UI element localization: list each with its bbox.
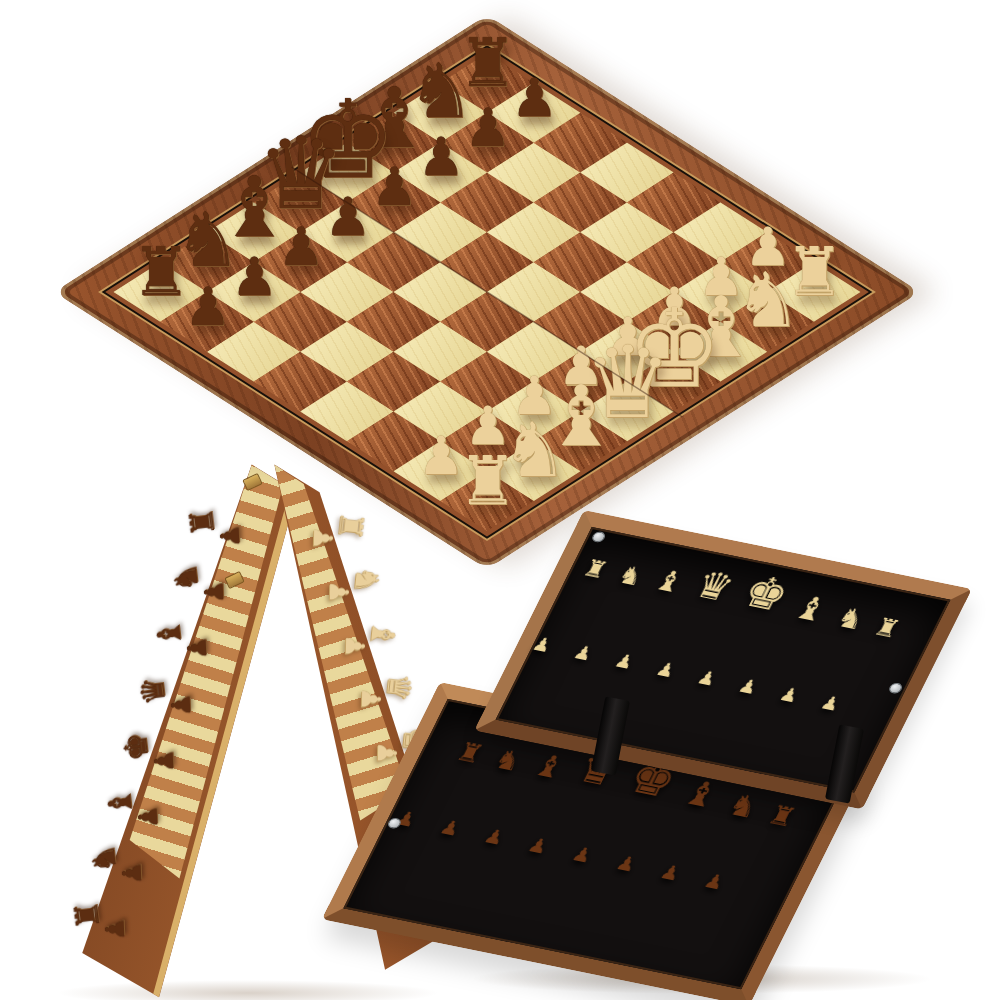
case-dark-piece-knight: ♞: [723, 789, 763, 822]
folded-light-piece-bishop: ♝: [366, 618, 401, 650]
case-dark-piece-rook: ♜: [764, 800, 800, 830]
case-light-piece-pawn: ♟: [694, 668, 719, 689]
case-dark-piece-bishop: ♝: [678, 775, 725, 814]
folded-dark-piece-pawn: ♟: [167, 692, 194, 716]
case-light-piece-bishop: ♝: [650, 566, 689, 598]
piece-black-pawn[interactable]: ♟: [511, 71, 558, 124]
case-light-piece-pawn: ♟: [818, 693, 843, 714]
floor-shadow: [58, 980, 438, 1000]
folded-light-piece-rook: ♜: [334, 510, 369, 542]
case-light-piece-pawn: ♟: [612, 651, 637, 672]
case-light-piece-pawn: ♟: [571, 643, 596, 664]
case-light-piece-rook: ♜: [579, 556, 611, 583]
folded-light-piece-pawn: ♟: [326, 580, 352, 604]
case-light-piece-knight: ♞: [614, 562, 648, 590]
piece-black-pawn[interactable]: ♟: [371, 161, 418, 214]
piece-black-pawn[interactable]: ♟: [231, 250, 278, 303]
folded-light-piece-pawn: ♟: [374, 741, 400, 765]
piece-black-pawn[interactable]: ♟: [185, 280, 232, 333]
case-dark-piece-pawn: ♟: [525, 835, 552, 857]
folded-dark-piece-pawn: ♟: [184, 636, 211, 660]
case-dark-piece-pawn: ♟: [569, 844, 596, 866]
piece-black-pawn[interactable]: ♟: [418, 131, 465, 184]
piece-black-pawn[interactable]: ♟: [465, 101, 512, 154]
case-light-piece-knight: ♞: [832, 604, 870, 635]
storage-case: ♜♞♝♛♚♝♞♜ ♟♟♟♟♟♟♟♟ ♜♞♝♛♚♝♞♜ ♟♟♟♟♟♟♟♟: [432, 498, 1000, 1000]
folded-light-piece-queen: ♛: [382, 671, 417, 703]
case-light-piece-bishop: ♝: [789, 591, 833, 627]
folded-light-piece-pawn: ♟: [310, 526, 336, 550]
case-dark-piece-knight: ♞: [490, 745, 526, 775]
magnet: [887, 681, 904, 694]
folded-dark-piece-pawn: ♟: [151, 749, 178, 773]
case-light-piece-pawn: ♟: [777, 685, 802, 706]
piece-black-pawn[interactable]: ♟: [278, 220, 325, 273]
piece-black-pawn[interactable]: ♟: [325, 191, 372, 244]
case-light-piece-pawn: ♟: [653, 660, 678, 681]
product-photo-stage: ♜♞♝♛♚♝♞♜♟♟♟♟♟♟♟♟♟♟♟♟♟♟♟♟♜♞♝♛♚♝♞♜ ♜♟♞♟♝♟♛…: [0, 0, 1000, 1000]
case-light-piece-king: ♚: [736, 569, 796, 619]
case-dark-piece-pawn: ♟: [437, 817, 464, 839]
case-light-piece-queen: ♛: [689, 565, 740, 607]
case-dark-piece-pawn: ♟: [613, 853, 640, 875]
folded-dark-piece-pawn: ♟: [200, 580, 227, 604]
case-dark-piece-pawn: ♟: [481, 826, 508, 848]
folded-dark-piece-pawn: ♟: [118, 861, 145, 885]
folded-dark-piece-pawn: ♟: [102, 917, 129, 941]
folded-light-piece-pawn: ♟: [342, 634, 368, 658]
case-dark-piece-pawn: ♟: [657, 862, 684, 884]
case-light-piece-pawn: ♟: [735, 676, 760, 697]
folded-light-piece-pawn: ♟: [358, 688, 384, 712]
case-dark-piece-pawn: ♟: [701, 871, 728, 893]
folded-dark-piece-pawn: ♟: [135, 805, 162, 829]
case-dark-piece-bishop: ♝: [529, 749, 571, 783]
case-dark-piece-rook: ♜: [453, 738, 488, 767]
case-light-piece-pawn: ♟: [529, 634, 554, 655]
piece-black-rook[interactable]: ♜: [132, 239, 191, 306]
folded-dark-piece-pawn: ♟: [217, 524, 244, 548]
case-light-piece-rook: ♜: [870, 614, 904, 642]
folded-light-piece-knight: ♞: [350, 564, 385, 596]
